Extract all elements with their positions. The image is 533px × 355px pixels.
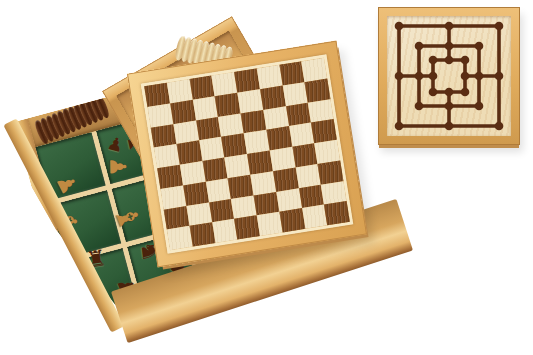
morris-point <box>461 88 470 97</box>
morris-point <box>415 102 424 111</box>
morris-point <box>495 122 504 131</box>
chess-square <box>302 205 328 229</box>
chess-square <box>279 208 305 232</box>
morris-point <box>429 72 438 81</box>
chess-square <box>324 201 350 225</box>
morris-point <box>475 42 484 51</box>
chess-square <box>257 212 283 236</box>
morris-point <box>445 88 454 97</box>
product-photo-scene: ♟♟♟♝♝♝♜♞♟♟ <box>0 0 533 355</box>
morris-point <box>415 72 424 81</box>
nine-mens-morris-board <box>378 7 520 145</box>
morris-ring <box>433 60 465 92</box>
morris-surface <box>387 16 511 136</box>
tray-piece-light-bishop: ♝ <box>109 201 144 234</box>
chess-square <box>189 223 215 247</box>
morris-point <box>445 42 454 51</box>
chess-grid <box>144 58 350 250</box>
chess-square <box>234 215 260 239</box>
chess-square <box>167 226 193 250</box>
morris-point <box>429 88 438 97</box>
morris-point <box>461 56 470 65</box>
morris-point <box>461 72 470 81</box>
morris-point <box>495 22 504 31</box>
morris-point <box>445 56 454 65</box>
chess-board <box>127 41 367 268</box>
chess-square <box>212 219 238 243</box>
morris-point <box>395 122 404 131</box>
morris-point <box>395 22 404 31</box>
morris-point <box>445 102 454 111</box>
morris-point <box>475 102 484 111</box>
tray-piece-light-pawn: ♟ <box>106 157 128 177</box>
morris-lines-svg <box>387 16 511 136</box>
morris-point <box>415 42 424 51</box>
chess-board-maple-border <box>141 54 354 253</box>
morris-point <box>445 22 454 31</box>
morris-point <box>445 122 454 131</box>
morris-point <box>475 72 484 81</box>
morris-point <box>495 72 504 81</box>
morris-point <box>395 72 404 81</box>
morris-point <box>429 56 438 65</box>
